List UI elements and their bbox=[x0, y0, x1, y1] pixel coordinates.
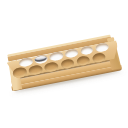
metal-label bbox=[34, 55, 47, 62]
mancala-board bbox=[5, 34, 123, 95]
photo-canvas bbox=[0, 0, 128, 128]
